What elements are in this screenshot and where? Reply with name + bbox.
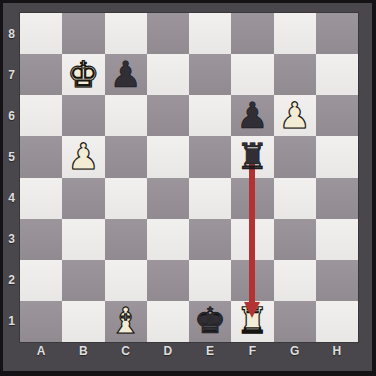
square-a7[interactable] <box>20 54 62 95</box>
rank-label-8: 8 <box>3 13 20 54</box>
white-king[interactable]: ♚ <box>67 57 99 93</box>
square-d8[interactable] <box>147 13 189 54</box>
square-c1[interactable]: ♝ <box>105 301 147 342</box>
square-b3[interactable] <box>62 219 104 260</box>
square-h4[interactable] <box>316 178 358 219</box>
square-h2[interactable] <box>316 260 358 301</box>
square-c4[interactable] <box>105 178 147 219</box>
black-king[interactable]: ♚ <box>194 303 226 339</box>
square-d7[interactable] <box>147 54 189 95</box>
file-label-f: F <box>231 344 273 368</box>
square-c8[interactable] <box>105 13 147 54</box>
white-bishop[interactable]: ♝ <box>109 303 141 339</box>
white-pawn[interactable]: ♟ <box>278 98 310 134</box>
square-g4[interactable] <box>274 178 316 219</box>
square-e7[interactable] <box>189 54 231 95</box>
file-label-a: A <box>20 344 62 368</box>
board-edge-bottom <box>0 371 376 376</box>
black-pawn[interactable]: ♟ <box>109 57 141 93</box>
square-c6[interactable] <box>105 95 147 136</box>
square-g5[interactable] <box>274 136 316 177</box>
square-c3[interactable] <box>105 219 147 260</box>
square-a6[interactable] <box>20 95 62 136</box>
square-e8[interactable] <box>189 13 231 54</box>
chess-board[interactable]: ♚♟♟♟♟♜♝♚♜ <box>20 13 358 342</box>
file-label-c: C <box>105 344 147 368</box>
square-e6[interactable] <box>189 95 231 136</box>
file-label-d: D <box>147 344 189 368</box>
square-h5[interactable] <box>316 136 358 177</box>
square-e1[interactable]: ♚ <box>189 301 231 342</box>
square-f7[interactable] <box>231 54 273 95</box>
square-g8[interactable] <box>274 13 316 54</box>
square-g2[interactable] <box>274 260 316 301</box>
white-pawn[interactable]: ♟ <box>67 139 99 175</box>
board-edge-right <box>372 0 376 376</box>
square-h6[interactable] <box>316 95 358 136</box>
square-a3[interactable] <box>20 219 62 260</box>
rank-label-7: 7 <box>3 54 20 95</box>
square-d4[interactable] <box>147 178 189 219</box>
square-b8[interactable] <box>62 13 104 54</box>
square-g7[interactable] <box>274 54 316 95</box>
rank-label-2: 2 <box>3 260 20 301</box>
square-g1[interactable] <box>274 301 316 342</box>
rank-label-4: 4 <box>3 178 20 219</box>
square-c2[interactable] <box>105 260 147 301</box>
square-h7[interactable] <box>316 54 358 95</box>
square-e5[interactable] <box>189 136 231 177</box>
square-b5[interactable]: ♟ <box>62 136 104 177</box>
square-e2[interactable] <box>189 260 231 301</box>
square-h3[interactable] <box>316 219 358 260</box>
file-labels: ABCDEFGH <box>20 344 358 368</box>
square-b1[interactable] <box>62 301 104 342</box>
square-a2[interactable] <box>20 260 62 301</box>
square-g3[interactable] <box>274 219 316 260</box>
file-label-h: H <box>316 344 358 368</box>
square-e3[interactable] <box>189 219 231 260</box>
square-d3[interactable] <box>147 219 189 260</box>
file-label-b: B <box>62 344 104 368</box>
board-edge-top <box>0 0 376 3</box>
square-f5[interactable]: ♜ <box>231 136 273 177</box>
square-f6[interactable]: ♟ <box>231 95 273 136</box>
square-c7[interactable]: ♟ <box>105 54 147 95</box>
square-d5[interactable] <box>147 136 189 177</box>
rank-label-5: 5 <box>3 136 20 177</box>
square-b6[interactable] <box>62 95 104 136</box>
rank-label-1: 1 <box>3 301 20 342</box>
square-b7[interactable]: ♚ <box>62 54 104 95</box>
file-label-g: G <box>274 344 316 368</box>
square-d1[interactable] <box>147 301 189 342</box>
square-f8[interactable] <box>231 13 273 54</box>
rank-label-6: 6 <box>3 95 20 136</box>
square-a1[interactable] <box>20 301 62 342</box>
black-pawn[interactable]: ♟ <box>236 98 268 134</box>
rank-labels: 87654321 <box>3 13 20 342</box>
rank-label-3: 3 <box>3 219 20 260</box>
square-h1[interactable] <box>316 301 358 342</box>
square-a4[interactable] <box>20 178 62 219</box>
square-e4[interactable] <box>189 178 231 219</box>
square-a5[interactable] <box>20 136 62 177</box>
move-arrow-head <box>244 302 260 318</box>
move-arrow-shaft <box>249 157 255 303</box>
square-d2[interactable] <box>147 260 189 301</box>
file-label-e: E <box>189 344 231 368</box>
black-rook[interactable]: ♜ <box>236 139 268 175</box>
square-d6[interactable] <box>147 95 189 136</box>
square-h8[interactable] <box>316 13 358 54</box>
square-a8[interactable] <box>20 13 62 54</box>
chess-diagram: 87654321 ♚♟♟♟♟♜♝♚♜ ABCDEFGH <box>0 0 376 376</box>
square-b4[interactable] <box>62 178 104 219</box>
square-c5[interactable] <box>105 136 147 177</box>
square-g6[interactable]: ♟ <box>274 95 316 136</box>
square-b2[interactable] <box>62 260 104 301</box>
